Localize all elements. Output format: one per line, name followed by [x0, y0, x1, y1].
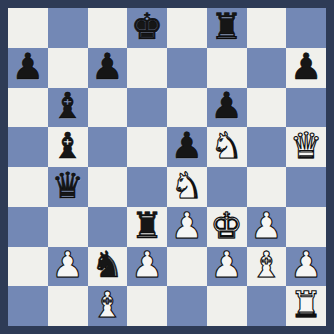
piece-black-bishop-b5[interactable]: ♝ — [51, 128, 83, 164]
square-a1[interactable] — [8, 286, 48, 326]
piece-white-pawn-b2[interactable]: ♟ — [51, 247, 83, 283]
square-e6[interactable] — [167, 88, 207, 128]
square-g5[interactable] — [247, 127, 287, 167]
square-a3[interactable] — [8, 207, 48, 247]
square-e1[interactable] — [167, 286, 207, 326]
piece-black-pawn-f6[interactable]: ♟ — [210, 88, 242, 124]
square-g6[interactable] — [247, 88, 287, 128]
square-d2[interactable]: ♟ — [127, 247, 167, 287]
square-f7[interactable] — [207, 48, 247, 88]
square-e3[interactable]: ♟ — [167, 207, 207, 247]
square-a4[interactable] — [8, 167, 48, 207]
piece-white-knight-f5[interactable]: ♞ — [210, 128, 242, 164]
square-g7[interactable] — [247, 48, 287, 88]
square-d8[interactable]: ♚ — [127, 8, 167, 48]
square-g3[interactable]: ♟ — [247, 207, 287, 247]
square-d7[interactable] — [127, 48, 167, 88]
square-d4[interactable] — [127, 167, 167, 207]
square-h6[interactable] — [286, 88, 326, 128]
square-g2[interactable]: ♝ — [247, 247, 287, 287]
square-b1[interactable] — [48, 286, 88, 326]
square-b4[interactable]: ♛ — [48, 167, 88, 207]
square-c4[interactable] — [88, 167, 128, 207]
piece-black-rook-f8[interactable]: ♜ — [210, 9, 242, 45]
square-f5[interactable]: ♞ — [207, 127, 247, 167]
board-frame: ♚♜♟♟♟♝♟♝♟♞♛♛♞♜♟♚♟♟♞♟♟♝♟♝♜ — [0, 0, 334, 334]
square-f8[interactable]: ♜ — [207, 8, 247, 48]
square-d5[interactable] — [127, 127, 167, 167]
square-g1[interactable] — [247, 286, 287, 326]
piece-white-queen-h5[interactable]: ♛ — [290, 128, 322, 164]
piece-black-bishop-b6[interactable]: ♝ — [51, 88, 83, 124]
square-a7[interactable]: ♟ — [8, 48, 48, 88]
square-b7[interactable] — [48, 48, 88, 88]
square-c2[interactable]: ♞ — [88, 247, 128, 287]
square-b3[interactable] — [48, 207, 88, 247]
square-b8[interactable] — [48, 8, 88, 48]
square-d3[interactable]: ♜ — [127, 207, 167, 247]
piece-white-rook-h1[interactable]: ♜ — [290, 287, 322, 323]
square-f2[interactable]: ♟ — [207, 247, 247, 287]
square-h7[interactable]: ♟ — [286, 48, 326, 88]
square-e5[interactable]: ♟ — [167, 127, 207, 167]
square-g4[interactable] — [247, 167, 287, 207]
square-e8[interactable] — [167, 8, 207, 48]
piece-white-pawn-d2[interactable]: ♟ — [131, 247, 163, 283]
square-a5[interactable] — [8, 127, 48, 167]
piece-black-rook-d3[interactable]: ♜ — [131, 208, 163, 244]
square-h5[interactable]: ♛ — [286, 127, 326, 167]
piece-white-pawn-h2[interactable]: ♟ — [290, 247, 322, 283]
square-f6[interactable]: ♟ — [207, 88, 247, 128]
square-b2[interactable]: ♟ — [48, 247, 88, 287]
square-c5[interactable] — [88, 127, 128, 167]
square-c6[interactable] — [88, 88, 128, 128]
piece-white-bishop-c1[interactable]: ♝ — [91, 287, 123, 323]
square-h4[interactable] — [286, 167, 326, 207]
piece-black-knight-c2[interactable]: ♞ — [91, 247, 123, 283]
square-a2[interactable] — [8, 247, 48, 287]
square-b5[interactable]: ♝ — [48, 127, 88, 167]
square-e4[interactable]: ♞ — [167, 167, 207, 207]
piece-black-pawn-e5[interactable]: ♟ — [171, 128, 203, 164]
square-d1[interactable] — [127, 286, 167, 326]
square-a8[interactable] — [8, 8, 48, 48]
piece-black-queen-b4[interactable]: ♛ — [51, 168, 83, 204]
square-d6[interactable] — [127, 88, 167, 128]
piece-white-pawn-f2[interactable]: ♟ — [210, 247, 242, 283]
piece-white-king-f3[interactable]: ♚ — [210, 208, 242, 244]
square-f1[interactable] — [207, 286, 247, 326]
square-a6[interactable] — [8, 88, 48, 128]
square-c1[interactable]: ♝ — [88, 286, 128, 326]
piece-black-pawn-h7[interactable]: ♟ — [290, 49, 322, 85]
square-b6[interactable]: ♝ — [48, 88, 88, 128]
square-h3[interactable] — [286, 207, 326, 247]
piece-white-pawn-e3[interactable]: ♟ — [171, 208, 203, 244]
piece-white-bishop-g2[interactable]: ♝ — [250, 247, 282, 283]
square-c8[interactable] — [88, 8, 128, 48]
square-h8[interactable] — [286, 8, 326, 48]
piece-black-pawn-a7[interactable]: ♟ — [12, 49, 44, 85]
piece-white-knight-e4[interactable]: ♞ — [171, 168, 203, 204]
square-c3[interactable] — [88, 207, 128, 247]
square-g8[interactable] — [247, 8, 287, 48]
piece-black-pawn-c7[interactable]: ♟ — [91, 49, 123, 85]
square-f4[interactable] — [207, 167, 247, 207]
square-h2[interactable]: ♟ — [286, 247, 326, 287]
chess-board: ♚♜♟♟♟♝♟♝♟♞♛♛♞♜♟♚♟♟♞♟♟♝♟♝♜ — [8, 8, 326, 326]
square-e7[interactable] — [167, 48, 207, 88]
square-h1[interactable]: ♜ — [286, 286, 326, 326]
piece-black-king-d8[interactable]: ♚ — [131, 9, 163, 45]
piece-white-pawn-g3[interactable]: ♟ — [250, 208, 282, 244]
square-f3[interactable]: ♚ — [207, 207, 247, 247]
square-c7[interactable]: ♟ — [88, 48, 128, 88]
square-e2[interactable] — [167, 247, 207, 287]
